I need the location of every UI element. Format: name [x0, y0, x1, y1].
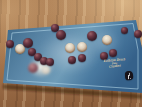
logo-highlight-stripes — [127, 72, 132, 78]
marble-plum — [56, 30, 66, 40]
marble-plum — [6, 40, 14, 48]
marble-clear — [77, 42, 87, 52]
marble-plum — [46, 58, 54, 66]
marble-clear-blur — [42, 66, 50, 74]
marble-plum — [121, 27, 128, 34]
marble-plum — [109, 49, 117, 57]
marble-plum-blur — [28, 63, 38, 73]
marble-clear — [102, 35, 112, 45]
marble-clear — [65, 43, 75, 53]
box-logo-mark — [124, 70, 133, 80]
marble-plum — [134, 30, 142, 38]
photo-of-box-lid: Kathryn Beich Fine Candies — [0, 0, 142, 107]
marble-plum — [23, 38, 33, 48]
marble-plum — [87, 31, 97, 41]
marble-plum — [68, 56, 76, 64]
marble-plum — [78, 54, 86, 62]
